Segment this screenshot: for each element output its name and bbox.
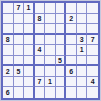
cell-r8c7[interactable] xyxy=(66,77,77,88)
cell-r3c5[interactable] xyxy=(45,24,56,35)
cell-r2c6[interactable] xyxy=(56,14,67,25)
cell-r5c5[interactable] xyxy=(45,45,56,56)
cell-r5c4[interactable]: 4 xyxy=(35,45,46,56)
cell-r1c7[interactable] xyxy=(66,3,77,14)
cell-r7c6[interactable] xyxy=(56,66,67,77)
cell-r1c6[interactable] xyxy=(56,3,67,14)
cell-r9c9[interactable] xyxy=(87,87,98,98)
cell-r4c7[interactable] xyxy=(66,35,77,46)
cell-r7c3[interactable] xyxy=(24,66,35,77)
cell-r4c9[interactable]: 7 xyxy=(87,35,98,46)
cell-r9c4[interactable] xyxy=(35,87,46,98)
cell-r2c1[interactable] xyxy=(3,14,14,25)
cell-r1c1[interactable] xyxy=(3,3,14,14)
cell-r2c7[interactable]: 2 xyxy=(66,14,77,25)
cell-r3c3[interactable] xyxy=(24,24,35,35)
cell-r1c2[interactable]: 7 xyxy=(14,3,25,14)
cell-r1c8[interactable] xyxy=(77,3,88,14)
cell-r9c3[interactable] xyxy=(24,87,35,98)
cell-r7c4[interactable] xyxy=(35,66,46,77)
cell-r9c8[interactable] xyxy=(77,87,88,98)
cell-r2c5[interactable] xyxy=(45,14,56,25)
cell-r1c9[interactable] xyxy=(87,3,98,14)
cell-r5c9[interactable] xyxy=(87,45,98,56)
cell-r4c6[interactable] xyxy=(56,35,67,46)
cell-r5c1[interactable] xyxy=(3,45,14,56)
cell-r1c4[interactable] xyxy=(35,3,46,14)
cell-r6c9[interactable] xyxy=(87,56,98,67)
cell-r6c4[interactable] xyxy=(35,56,46,67)
cell-r8c5[interactable]: 1 xyxy=(45,77,56,88)
cell-r9c7[interactable] xyxy=(66,87,77,98)
cell-r6c5[interactable] xyxy=(45,56,56,67)
cell-r4c4[interactable] xyxy=(35,35,46,46)
cell-r7c7[interactable]: 6 xyxy=(66,66,77,77)
cell-r6c8[interactable] xyxy=(77,56,88,67)
cell-r4c3[interactable] xyxy=(24,35,35,46)
sudoku-board: 71828374152567146 xyxy=(1,1,100,100)
cell-r4c8[interactable]: 3 xyxy=(77,35,88,46)
cell-r3c1[interactable] xyxy=(3,24,14,35)
cell-r5c6[interactable] xyxy=(56,45,67,56)
cell-r9c6[interactable] xyxy=(56,87,67,98)
cell-r9c1[interactable]: 6 xyxy=(3,87,14,98)
cell-r3c8[interactable] xyxy=(77,24,88,35)
cell-r2c2[interactable] xyxy=(14,14,25,25)
cell-r2c9[interactable] xyxy=(87,14,98,25)
cell-r1c3[interactable]: 1 xyxy=(24,3,35,14)
cell-r1c5[interactable] xyxy=(45,3,56,14)
cell-r5c3[interactable] xyxy=(24,45,35,56)
cell-r8c2[interactable] xyxy=(14,77,25,88)
cell-r4c1[interactable]: 8 xyxy=(3,35,14,46)
cell-r7c1[interactable]: 2 xyxy=(3,66,14,77)
cell-r5c7[interactable] xyxy=(66,45,77,56)
cell-r7c9[interactable] xyxy=(87,66,98,77)
cell-r3c2[interactable] xyxy=(14,24,25,35)
sudoku-frame: 71828374152567146 xyxy=(0,0,101,101)
cell-r4c5[interactable] xyxy=(45,35,56,46)
cell-r8c9[interactable]: 4 xyxy=(87,77,98,88)
cell-r6c3[interactable] xyxy=(24,56,35,67)
cell-r3c7[interactable] xyxy=(66,24,77,35)
cell-r6c6[interactable]: 5 xyxy=(56,56,67,67)
cell-r2c3[interactable] xyxy=(24,14,35,25)
cell-r7c2[interactable]: 5 xyxy=(14,66,25,77)
cell-r3c6[interactable] xyxy=(56,24,67,35)
cell-r8c3[interactable] xyxy=(24,77,35,88)
cell-r6c1[interactable] xyxy=(3,56,14,67)
cell-r9c5[interactable] xyxy=(45,87,56,98)
cell-r2c8[interactable] xyxy=(77,14,88,25)
cell-r8c4[interactable]: 7 xyxy=(35,77,46,88)
cell-r7c8[interactable] xyxy=(77,66,88,77)
cell-r3c9[interactable] xyxy=(87,24,98,35)
cell-r3c4[interactable] xyxy=(35,24,46,35)
cell-r2c4[interactable]: 8 xyxy=(35,14,46,25)
cell-r6c7[interactable] xyxy=(66,56,77,67)
cell-r8c6[interactable] xyxy=(56,77,67,88)
cell-r7c5[interactable] xyxy=(45,66,56,77)
cell-r5c2[interactable] xyxy=(14,45,25,56)
cell-r8c8[interactable] xyxy=(77,77,88,88)
cell-r8c1[interactable] xyxy=(3,77,14,88)
cell-r9c2[interactable] xyxy=(14,87,25,98)
cell-r4c2[interactable] xyxy=(14,35,25,46)
cell-r5c8[interactable]: 1 xyxy=(77,45,88,56)
cell-r6c2[interactable] xyxy=(14,56,25,67)
